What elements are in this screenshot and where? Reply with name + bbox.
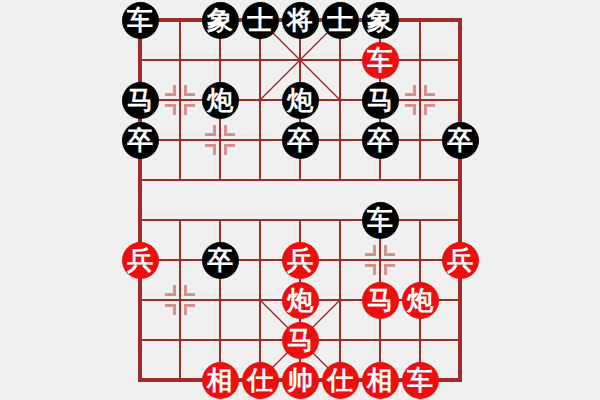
move-marker-corner [184, 85, 195, 96]
black-soldier[interactable]: 卒 [282, 122, 319, 159]
black-soldier[interactable]: 卒 [442, 122, 479, 159]
black-elephant[interactable]: 象 [202, 2, 239, 39]
move-marker-corner [365, 264, 376, 275]
move-marker [205, 125, 235, 155]
xiangqi-board: 车象士将士象车马炮炮马卒卒卒卒车兵卒兵兵炮马炮马相仕帅仕相车 [0, 0, 600, 400]
move-marker-corner [405, 104, 416, 115]
black-general[interactable]: 将 [282, 2, 319, 39]
black-advisor[interactable]: 士 [322, 2, 359, 39]
move-marker-corner [424, 104, 435, 115]
move-marker [165, 285, 195, 315]
red-cannon[interactable]: 炮 [402, 282, 439, 319]
red-elephant[interactable]: 相 [362, 362, 399, 399]
move-marker-corner [205, 125, 216, 136]
move-marker-corner [165, 285, 176, 296]
move-marker-corner [224, 125, 235, 136]
red-general[interactable]: 帅 [282, 362, 319, 399]
board-intersections[interactable]: 车象士将士象车马炮炮马卒卒卒卒车兵卒兵兵炮马炮马相仕帅仕相车 [120, 0, 480, 400]
move-marker-corner [184, 304, 195, 315]
red-horse[interactable]: 马 [282, 322, 319, 359]
move-marker-corner [165, 304, 176, 315]
move-marker-corner [165, 104, 176, 115]
black-elephant[interactable]: 象 [362, 2, 399, 39]
black-soldier[interactable]: 卒 [202, 242, 239, 279]
move-marker [165, 85, 195, 115]
black-soldier[interactable]: 卒 [362, 122, 399, 159]
red-advisor[interactable]: 仕 [242, 362, 279, 399]
move-marker-corner [384, 245, 395, 256]
red-soldier[interactable]: 兵 [122, 242, 159, 279]
red-soldier[interactable]: 兵 [442, 242, 479, 279]
red-cannon[interactable]: 炮 [282, 282, 319, 319]
move-marker-corner [424, 85, 435, 96]
black-chariot[interactable]: 车 [362, 202, 399, 239]
red-chariot[interactable]: 车 [362, 42, 399, 79]
move-marker-corner [405, 85, 416, 96]
black-cannon[interactable]: 炮 [202, 82, 239, 119]
move-marker-corner [184, 285, 195, 296]
move-marker-corner [224, 144, 235, 155]
black-chariot[interactable]: 车 [122, 2, 159, 39]
black-cannon[interactable]: 炮 [282, 82, 319, 119]
red-elephant[interactable]: 相 [202, 362, 239, 399]
move-marker-corner [165, 85, 176, 96]
black-horse[interactable]: 马 [122, 82, 159, 119]
red-horse[interactable]: 马 [362, 282, 399, 319]
red-advisor[interactable]: 仕 [322, 362, 359, 399]
red-chariot[interactable]: 车 [402, 362, 439, 399]
black-horse[interactable]: 马 [362, 82, 399, 119]
move-marker-corner [365, 245, 376, 256]
red-soldier[interactable]: 兵 [282, 242, 319, 279]
move-marker-corner [384, 264, 395, 275]
black-advisor[interactable]: 士 [242, 2, 279, 39]
move-marker-corner [184, 104, 195, 115]
move-marker [405, 85, 435, 115]
move-marker-corner [205, 144, 216, 155]
black-soldier[interactable]: 卒 [122, 122, 159, 159]
move-marker [365, 245, 395, 275]
